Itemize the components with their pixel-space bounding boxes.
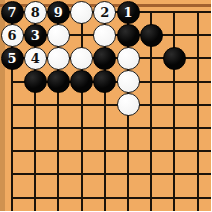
grid-cell [104,197,127,212]
white-stone [47,47,70,70]
grid-cell [127,150,150,173]
black-stone [163,47,186,70]
grid-cell [104,150,127,173]
stone-label: 3 [31,29,40,42]
stone-label: 2 [100,6,109,19]
grid-cell [34,104,57,127]
grid-cell [34,150,57,173]
grid-cell [57,150,80,173]
grid-cell [57,127,80,150]
grid-cell [104,127,127,150]
grid-cell [173,104,196,127]
black-stone [117,24,140,47]
grid-cell [197,197,212,212]
grid-cell [11,104,34,127]
grid-cell [173,173,196,196]
white-stone-move-4: 4 [24,47,47,70]
grid-cell [57,104,80,127]
grid-cell [173,197,196,212]
grid-cell [150,104,173,127]
white-stone [47,24,70,47]
grid-cell [127,127,150,150]
stone-label: 9 [54,6,63,19]
grid-cell [34,127,57,150]
grid-cell [81,104,104,127]
grid-cell [81,173,104,196]
grid-cell [34,197,57,212]
white-stone [117,93,140,116]
grid-cell [173,81,196,104]
grid-cell [173,11,196,34]
grid-cell [81,150,104,173]
stone-label: 5 [7,52,16,65]
grid-cell [104,173,127,196]
grid-cell [150,150,173,173]
grid-cell [81,197,104,212]
grid-cell [197,34,212,57]
black-stone-move-5: 5 [1,47,24,70]
stone-label: 6 [7,29,16,42]
grid-cell [127,173,150,196]
white-stone [117,70,140,93]
black-stone-move-3: 3 [24,24,47,47]
grid-cell [197,57,212,80]
stone-label: 8 [31,6,40,19]
white-stone [70,47,93,70]
grid-cell [197,11,212,34]
black-stone-move-9: 9 [47,1,70,24]
grid-cell [81,127,104,150]
stone-label: 1 [123,6,132,19]
white-stone [117,47,140,70]
black-stone-move-7: 7 [1,1,24,24]
white-stone [93,24,116,47]
grid-cell [57,173,80,196]
grid-cell [197,81,212,104]
black-stone [47,70,70,93]
go-board: 789216354 [0,0,211,211]
black-stone [24,70,47,93]
black-stone-move-1: 1 [117,1,140,24]
grid-cell [197,150,212,173]
grid-cell [197,127,212,150]
grid-cell [173,127,196,150]
white-stone-move-6: 6 [1,24,24,47]
grid-cell [127,197,150,212]
grid-cell [57,197,80,212]
grid-cell [197,173,212,196]
grid-cell [173,150,196,173]
grid-cell [11,197,34,212]
grid-cell [34,173,57,196]
grid-cell [150,197,173,212]
grid-cell [11,127,34,150]
white-stone [70,1,93,24]
grid-cell [150,81,173,104]
stone-label: 4 [31,52,40,65]
grid-cell [11,150,34,173]
grid-cell [150,127,173,150]
grid-cell [150,173,173,196]
grid-cell [11,173,34,196]
grid-cell [197,104,212,127]
white-stone-move-8: 8 [24,1,47,24]
stone-label: 7 [7,6,16,19]
white-stone-move-2: 2 [93,1,116,24]
black-stone [140,24,163,47]
